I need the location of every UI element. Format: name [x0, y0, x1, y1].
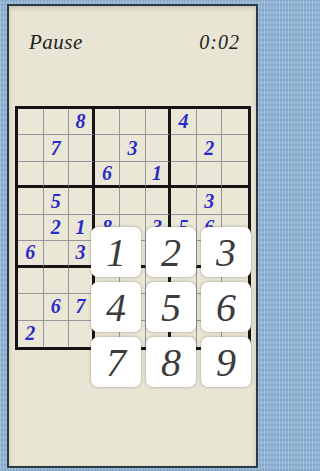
cell-r3c9[interactable]	[222, 162, 248, 188]
cell-r3c8[interactable]	[197, 162, 223, 188]
cell-r2c2[interactable]: 7	[44, 135, 70, 161]
cell-r4c5[interactable]	[120, 188, 146, 214]
cell-r4c8[interactable]: 3	[197, 188, 223, 214]
cell-r7c1[interactable]	[18, 268, 44, 294]
cell-r6c1[interactable]: 6	[18, 241, 44, 267]
pause-button[interactable]: Pause	[29, 30, 83, 55]
cell-r4c3[interactable]	[69, 188, 95, 214]
cell-r2c5[interactable]: 3	[120, 135, 146, 161]
cell-r3c1[interactable]	[18, 162, 44, 188]
cell-r4c9[interactable]	[222, 188, 248, 214]
cell-r3c5[interactable]	[120, 162, 146, 188]
cell-r6c2[interactable]	[44, 241, 70, 267]
cell-r9c2[interactable]	[44, 321, 70, 347]
keypad-key-1[interactable]: 1	[91, 227, 141, 277]
cell-r2c3[interactable]	[69, 135, 95, 161]
cell-r9c1[interactable]: 2	[18, 321, 44, 347]
cell-r4c4[interactable]	[95, 188, 121, 214]
cell-r3c4[interactable]: 6	[95, 162, 121, 188]
number-keypad: 123456789	[91, 227, 251, 387]
cell-r4c6[interactable]	[146, 188, 172, 214]
cell-r1c7[interactable]: 4	[171, 109, 197, 135]
cell-r1c3[interactable]: 8	[69, 109, 95, 135]
cell-r7c2[interactable]	[44, 268, 70, 294]
keypad-key-3[interactable]: 3	[201, 227, 251, 277]
cell-r2c6[interactable]	[146, 135, 172, 161]
keypad-key-2[interactable]: 2	[146, 227, 196, 277]
top-bar: Pause 0:02	[9, 6, 256, 56]
cell-r5c2[interactable]: 2	[44, 215, 70, 241]
cell-r4c7[interactable]	[171, 188, 197, 214]
cell-r1c5[interactable]	[120, 109, 146, 135]
cell-r3c2[interactable]	[44, 162, 70, 188]
cell-r2c8[interactable]: 2	[197, 135, 223, 161]
cell-r2c1[interactable]	[18, 135, 44, 161]
cell-r5c1[interactable]	[18, 215, 44, 241]
keypad-key-8[interactable]: 8	[146, 337, 196, 387]
cell-r8c2[interactable]: 6	[44, 294, 70, 320]
keypad-key-7[interactable]: 7	[91, 337, 141, 387]
cell-r3c3[interactable]	[69, 162, 95, 188]
keypad-key-5[interactable]: 5	[146, 282, 196, 332]
timer-display: 0:02	[199, 31, 240, 54]
cell-r2c4[interactable]	[95, 135, 121, 161]
cell-r2c9[interactable]	[222, 135, 248, 161]
cell-r3c6[interactable]: 1	[146, 162, 172, 188]
keypad-key-9[interactable]: 9	[201, 337, 251, 387]
cell-r1c4[interactable]	[95, 109, 121, 135]
cell-r1c6[interactable]	[146, 109, 172, 135]
cell-r2c7[interactable]	[171, 135, 197, 161]
cell-r3c7[interactable]	[171, 162, 197, 188]
cell-r4c2[interactable]: 5	[44, 188, 70, 214]
cell-r4c1[interactable]	[18, 188, 44, 214]
keypad-key-6[interactable]: 6	[201, 282, 251, 332]
screen: Pause 0:02 84732615321835663672 12345678…	[7, 4, 258, 468]
keypad-key-4[interactable]: 4	[91, 282, 141, 332]
cell-r1c8[interactable]	[197, 109, 223, 135]
cell-r1c9[interactable]	[222, 109, 248, 135]
cell-r1c2[interactable]	[44, 109, 70, 135]
cell-r8c1[interactable]	[18, 294, 44, 320]
cell-r1c1[interactable]	[18, 109, 44, 135]
